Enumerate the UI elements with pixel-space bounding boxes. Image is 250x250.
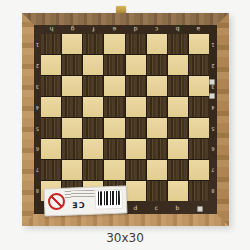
board-square bbox=[189, 55, 209, 75]
board-square bbox=[126, 139, 146, 159]
board-square bbox=[104, 76, 124, 96]
board-square bbox=[168, 118, 188, 138]
board-square bbox=[168, 76, 188, 96]
board-square bbox=[168, 181, 188, 201]
board-square bbox=[83, 97, 103, 117]
coordinate-label: 4 bbox=[34, 97, 41, 118]
board-square bbox=[62, 55, 82, 75]
board-square bbox=[168, 160, 188, 180]
board-square bbox=[189, 97, 209, 117]
product-image: hgfedcba hgfedcba 12345678 12345678 CE 3… bbox=[0, 0, 250, 250]
board-square bbox=[62, 118, 82, 138]
board-square bbox=[189, 139, 209, 159]
board-square bbox=[83, 160, 103, 180]
board-square bbox=[168, 55, 188, 75]
coordinate-label: f bbox=[83, 25, 104, 34]
frame-rail-top bbox=[22, 13, 229, 25]
board-square bbox=[147, 139, 167, 159]
board-square bbox=[62, 97, 82, 117]
board-square bbox=[147, 34, 167, 54]
board-square bbox=[104, 139, 124, 159]
board-square bbox=[62, 160, 82, 180]
board-square bbox=[104, 160, 124, 180]
board-square bbox=[62, 76, 82, 96]
coordinate-label: 2 bbox=[209, 55, 217, 76]
coordinate-label: 5 bbox=[34, 118, 41, 139]
coordinate-label: e bbox=[104, 25, 125, 34]
board-square bbox=[189, 160, 209, 180]
board-square bbox=[62, 139, 82, 159]
ce-mark: CE bbox=[71, 200, 85, 209]
board-square bbox=[104, 118, 124, 138]
hinge-screw-icon bbox=[197, 206, 203, 212]
rank-labels-left: 12345678 bbox=[34, 34, 41, 201]
board-square bbox=[41, 55, 61, 75]
board-square bbox=[189, 181, 209, 201]
chessboard-photo: hgfedcba hgfedcba 12345678 12345678 CE bbox=[0, 0, 250, 230]
coordinate-label: b bbox=[167, 201, 188, 214]
coordinate-label: 2 bbox=[34, 55, 41, 76]
coordinate-label: 7 bbox=[34, 159, 41, 180]
board-square bbox=[104, 55, 124, 75]
board-square bbox=[126, 160, 146, 180]
board-square bbox=[41, 118, 61, 138]
board-square bbox=[189, 34, 209, 54]
board-square bbox=[83, 76, 103, 96]
coordinate-label: h bbox=[41, 25, 62, 34]
board-square bbox=[126, 76, 146, 96]
hinge-screw-icon bbox=[209, 79, 215, 85]
barcode-icon bbox=[95, 189, 124, 210]
board-square bbox=[41, 160, 61, 180]
coordinate-label: 6 bbox=[209, 138, 217, 159]
board-square bbox=[126, 118, 146, 138]
board-square bbox=[189, 76, 209, 96]
coordinate-label: d bbox=[125, 25, 146, 34]
board-square bbox=[41, 97, 61, 117]
rank-labels-right: 12345678 bbox=[209, 34, 217, 201]
coordinate-label: 8 bbox=[34, 180, 41, 201]
hinge-screw-icon bbox=[209, 93, 215, 99]
no-children-under-3-icon bbox=[48, 193, 66, 211]
coordinate-label: a bbox=[188, 25, 209, 34]
coordinate-label: 6 bbox=[34, 138, 41, 159]
coordinate-label: c bbox=[146, 201, 167, 214]
coordinate-label: 1 bbox=[34, 34, 41, 55]
board-square bbox=[41, 139, 61, 159]
board-square bbox=[147, 76, 167, 96]
board-square bbox=[83, 34, 103, 54]
frame-rail-right bbox=[217, 13, 229, 226]
board-square bbox=[83, 139, 103, 159]
product-label-sticker: CE bbox=[44, 186, 128, 217]
board-square bbox=[168, 34, 188, 54]
coordinate-label: 3 bbox=[34, 76, 41, 97]
board-square bbox=[147, 181, 167, 201]
board-square bbox=[189, 118, 209, 138]
board-square bbox=[83, 118, 103, 138]
product-size-caption: 30x30 bbox=[0, 231, 250, 245]
board-square bbox=[147, 118, 167, 138]
board-square bbox=[147, 55, 167, 75]
board-square bbox=[83, 55, 103, 75]
board-square bbox=[147, 97, 167, 117]
board-square bbox=[126, 34, 146, 54]
board-square bbox=[126, 97, 146, 117]
board-square bbox=[104, 97, 124, 117]
barcode-bars bbox=[98, 191, 120, 206]
file-labels-top: hgfedcba bbox=[41, 25, 209, 34]
coordinate-label: c bbox=[146, 25, 167, 34]
board-square bbox=[41, 76, 61, 96]
coordinate-label: 8 bbox=[209, 180, 217, 201]
board-square bbox=[168, 97, 188, 117]
coordinate-label: 1 bbox=[209, 34, 217, 55]
coordinate-label: g bbox=[62, 25, 83, 34]
coordinate-label: 4 bbox=[209, 97, 217, 118]
chess-board-grid bbox=[41, 34, 209, 201]
board-square bbox=[41, 34, 61, 54]
board-square bbox=[104, 34, 124, 54]
coordinate-label: 5 bbox=[209, 118, 217, 139]
board-square bbox=[147, 160, 167, 180]
coordinate-label: 7 bbox=[209, 159, 217, 180]
coordinate-label: b bbox=[167, 25, 188, 34]
board-square bbox=[126, 181, 146, 201]
board-square bbox=[62, 34, 82, 54]
board-square bbox=[126, 55, 146, 75]
frame-rail-left bbox=[22, 13, 34, 226]
board-square bbox=[168, 139, 188, 159]
coordinate-label: d bbox=[125, 201, 146, 214]
